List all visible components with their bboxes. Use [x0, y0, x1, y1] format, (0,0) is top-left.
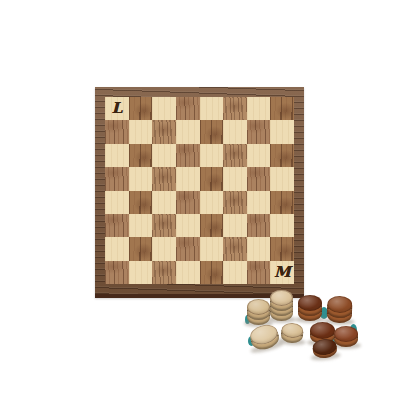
square-c3[interactable] [152, 214, 176, 237]
checker-bottom-rim [326, 300, 352, 318]
square-e3[interactable] [200, 214, 224, 237]
square-h8[interactable] [270, 97, 294, 120]
square-a5[interactable] [105, 167, 129, 190]
checker-bottom-rim [310, 327, 335, 344]
square-d1[interactable] [176, 261, 200, 284]
light-checker-d[interactable] [280, 322, 304, 347]
square-c5[interactable] [152, 167, 176, 190]
teal-checker-edge[interactable] [350, 324, 357, 336]
dark-checker-stack-e[interactable] [298, 295, 322, 325]
square-h1[interactable]: M [270, 261, 294, 284]
teal-checker-edge[interactable] [320, 307, 328, 319]
square-c6[interactable] [152, 144, 176, 167]
checker-face [334, 326, 358, 342]
square-f6[interactable] [223, 144, 247, 167]
square-e8[interactable] [200, 97, 224, 120]
square-c8[interactable] [152, 97, 176, 120]
square-b7[interactable] [129, 120, 153, 143]
square-d3[interactable] [176, 214, 200, 237]
piece-shadow [267, 316, 296, 323]
square-g7[interactable] [247, 120, 271, 143]
square-h5[interactable] [270, 167, 294, 190]
light-checker-stack-a[interactable] [247, 299, 270, 329]
checker-bottom-rim [247, 304, 270, 320]
piece-shadow [323, 317, 354, 325]
checker-face [247, 304, 270, 320]
checker-bottom-rim [312, 341, 338, 359]
square-h2[interactable] [270, 237, 294, 260]
square-h3[interactable] [270, 214, 294, 237]
checker-bottom-rim [280, 327, 303, 343]
square-g3[interactable] [247, 214, 271, 237]
checker-bottom-rim [298, 305, 322, 321]
checker-side [270, 308, 293, 313]
piece-shadow [250, 339, 285, 354]
checker-side [298, 303, 322, 308]
square-g5[interactable] [247, 167, 271, 190]
checker-bottom-rim [298, 300, 322, 316]
checker-side [327, 304, 352, 310]
checker-face [270, 300, 293, 316]
square-f5[interactable] [223, 167, 247, 190]
square-b5[interactable] [129, 167, 153, 190]
square-a6[interactable] [105, 144, 129, 167]
checker-side [334, 334, 358, 339]
product-photo-scene: LM [0, 0, 400, 400]
light-checker-c[interactable] [248, 322, 282, 356]
monogram-bottom-right: M [274, 265, 291, 280]
checker-face [298, 300, 322, 316]
piece-shadow [331, 342, 361, 349]
checker-bottom-rim [326, 305, 352, 323]
square-e2[interactable] [200, 237, 224, 260]
checker-bottom-rim [270, 305, 293, 321]
square-e6[interactable] [200, 144, 224, 167]
square-h7[interactable] [270, 120, 294, 143]
checker-side [250, 331, 278, 343]
checker-face [247, 299, 270, 315]
checker-side [270, 303, 293, 308]
checker-side [298, 308, 322, 313]
square-d6[interactable] [176, 144, 200, 167]
square-g8[interactable] [247, 97, 271, 120]
piece-shadow [307, 339, 338, 346]
square-b6[interactable] [129, 144, 153, 167]
square-e5[interactable] [200, 167, 224, 190]
checker-side [270, 298, 293, 303]
teal-checker-edge[interactable] [330, 338, 336, 348]
square-c2[interactable] [152, 237, 176, 260]
square-a2[interactable] [105, 237, 129, 260]
checker-side [247, 307, 270, 312]
square-d8[interactable] [176, 97, 200, 120]
square-a4[interactable] [105, 191, 129, 214]
square-c7[interactable] [152, 120, 176, 143]
checker-side [313, 346, 337, 351]
checkers-board: LM [95, 87, 304, 298]
square-d2[interactable] [176, 237, 200, 260]
checker-bottom-rim [270, 300, 293, 316]
dark-checker-h[interactable] [312, 338, 338, 363]
teal-checker-edge[interactable] [245, 315, 250, 324]
square-c1[interactable] [152, 261, 176, 284]
square-a8[interactable]: L [105, 97, 129, 120]
square-e1[interactable] [200, 261, 224, 284]
square-d7[interactable] [176, 120, 200, 143]
square-f3[interactable] [223, 214, 247, 237]
checker-side [247, 312, 270, 317]
checker-face [310, 322, 335, 339]
square-a7[interactable] [105, 120, 129, 143]
square-f1[interactable] [223, 261, 247, 284]
dark-checker-stack-f[interactable] [326, 295, 352, 327]
square-f7[interactable] [223, 120, 247, 143]
square-h6[interactable] [270, 144, 294, 167]
board-squares: LM [105, 97, 294, 284]
square-g1[interactable] [247, 261, 271, 284]
checker-bottom-rim [334, 331, 358, 347]
square-e7[interactable] [200, 120, 224, 143]
checker-face [326, 295, 352, 313]
square-g2[interactable] [247, 237, 271, 260]
checker-side [310, 331, 335, 336]
piece-shadow [295, 316, 325, 323]
square-b3[interactable] [129, 214, 153, 237]
square-b8[interactable] [129, 97, 153, 120]
checker-face [281, 322, 304, 338]
square-b1[interactable] [129, 261, 153, 284]
dark-checker-g[interactable] [310, 322, 335, 348]
checker-side [281, 330, 303, 337]
square-f4[interactable] [223, 191, 247, 214]
square-e4[interactable] [200, 191, 224, 214]
square-f2[interactable] [223, 237, 247, 260]
square-f8[interactable] [223, 97, 247, 120]
checker-bottom-rim [247, 309, 270, 325]
dark-checker-i[interactable] [334, 326, 358, 351]
piece-shadow [310, 351, 341, 361]
checker-bottom-rim [249, 326, 281, 351]
square-a3[interactable] [105, 214, 129, 237]
piece-shadow [244, 320, 273, 327]
square-h4[interactable] [270, 191, 294, 214]
square-b2[interactable] [129, 237, 153, 260]
piece-shadow [277, 337, 305, 346]
square-d4[interactable] [176, 191, 200, 214]
square-c4[interactable] [152, 191, 176, 214]
checker-side [326, 309, 351, 315]
square-a1[interactable] [105, 261, 129, 284]
square-g6[interactable] [247, 144, 271, 167]
teal-checker-edge[interactable] [248, 336, 255, 346]
square-b4[interactable] [129, 191, 153, 214]
monogram-top-left: L [112, 101, 123, 116]
checker-face [312, 338, 338, 356]
square-d5[interactable] [176, 167, 200, 190]
checker-face [248, 322, 280, 347]
checker-face [326, 300, 352, 318]
square-g4[interactable] [247, 191, 271, 214]
